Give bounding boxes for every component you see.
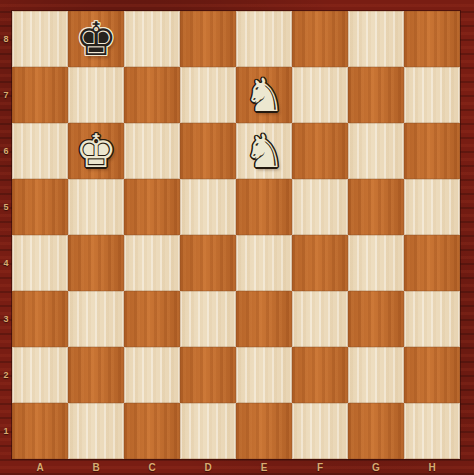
rank-label-7: 7 xyxy=(0,67,12,123)
square-e2[interactable] xyxy=(236,347,292,403)
chess-board: ♚♞♚♞ xyxy=(12,11,460,459)
black-king[interactable]: ♚ xyxy=(75,11,116,67)
square-c2[interactable] xyxy=(124,347,180,403)
square-h6[interactable] xyxy=(404,123,460,179)
square-h4[interactable] xyxy=(404,235,460,291)
square-b8[interactable]: ♚ xyxy=(68,11,124,67)
square-e1[interactable] xyxy=(236,403,292,459)
square-d2[interactable] xyxy=(180,347,236,403)
square-d6[interactable] xyxy=(180,123,236,179)
file-label-h: H xyxy=(404,459,460,475)
square-f3[interactable] xyxy=(292,291,348,347)
square-f2[interactable] xyxy=(292,347,348,403)
square-g8[interactable] xyxy=(348,11,404,67)
square-c6[interactable] xyxy=(124,123,180,179)
square-e6[interactable]: ♞ xyxy=(236,123,292,179)
square-g7[interactable] xyxy=(348,67,404,123)
file-label-a: A xyxy=(12,459,68,475)
rank-label-3: 3 xyxy=(0,291,12,347)
square-c5[interactable] xyxy=(124,179,180,235)
square-d7[interactable] xyxy=(180,67,236,123)
square-e7[interactable]: ♞ xyxy=(236,67,292,123)
board-frame: ♚♞♚♞ 87654321 ABCDEFGH xyxy=(0,0,474,475)
square-g2[interactable] xyxy=(348,347,404,403)
file-label-b: B xyxy=(68,459,124,475)
file-label-g: G xyxy=(348,459,404,475)
square-a6[interactable] xyxy=(12,123,68,179)
square-c1[interactable] xyxy=(124,403,180,459)
rank-label-4: 4 xyxy=(0,235,12,291)
square-b5[interactable] xyxy=(68,179,124,235)
file-label-c: C xyxy=(124,459,180,475)
square-a5[interactable] xyxy=(12,179,68,235)
square-d3[interactable] xyxy=(180,291,236,347)
square-a2[interactable] xyxy=(12,347,68,403)
rank-label-2: 2 xyxy=(0,347,12,403)
square-g3[interactable] xyxy=(348,291,404,347)
square-g5[interactable] xyxy=(348,179,404,235)
square-f8[interactable] xyxy=(292,11,348,67)
white-knight[interactable]: ♞ xyxy=(243,67,284,123)
white-king[interactable]: ♚ xyxy=(75,123,116,179)
square-b3[interactable] xyxy=(68,291,124,347)
square-a1[interactable] xyxy=(12,403,68,459)
square-g4[interactable] xyxy=(348,235,404,291)
square-b6[interactable]: ♚ xyxy=(68,123,124,179)
square-h7[interactable] xyxy=(404,67,460,123)
square-f1[interactable] xyxy=(292,403,348,459)
square-f4[interactable] xyxy=(292,235,348,291)
rank-label-1: 1 xyxy=(0,403,12,459)
square-c3[interactable] xyxy=(124,291,180,347)
square-a3[interactable] xyxy=(12,291,68,347)
rank-label-8: 8 xyxy=(0,11,12,67)
square-h8[interactable] xyxy=(404,11,460,67)
square-h2[interactable] xyxy=(404,347,460,403)
file-label-d: D xyxy=(180,459,236,475)
square-d8[interactable] xyxy=(180,11,236,67)
square-b1[interactable] xyxy=(68,403,124,459)
square-f7[interactable] xyxy=(292,67,348,123)
square-f5[interactable] xyxy=(292,179,348,235)
square-a7[interactable] xyxy=(12,67,68,123)
square-e3[interactable] xyxy=(236,291,292,347)
file-label-e: E xyxy=(236,459,292,475)
square-a4[interactable] xyxy=(12,235,68,291)
square-h1[interactable] xyxy=(404,403,460,459)
file-label-f: F xyxy=(292,459,348,475)
square-b2[interactable] xyxy=(68,347,124,403)
square-c4[interactable] xyxy=(124,235,180,291)
square-f6[interactable] xyxy=(292,123,348,179)
rank-label-5: 5 xyxy=(0,179,12,235)
square-a8[interactable] xyxy=(12,11,68,67)
white-knight[interactable]: ♞ xyxy=(243,123,284,179)
square-h5[interactable] xyxy=(404,179,460,235)
square-c7[interactable] xyxy=(124,67,180,123)
square-e8[interactable] xyxy=(236,11,292,67)
square-d1[interactable] xyxy=(180,403,236,459)
square-e4[interactable] xyxy=(236,235,292,291)
square-e5[interactable] xyxy=(236,179,292,235)
rank-label-6: 6 xyxy=(0,123,12,179)
square-d5[interactable] xyxy=(180,179,236,235)
square-g1[interactable] xyxy=(348,403,404,459)
square-b7[interactable] xyxy=(68,67,124,123)
square-d4[interactable] xyxy=(180,235,236,291)
square-b4[interactable] xyxy=(68,235,124,291)
square-g6[interactable] xyxy=(348,123,404,179)
square-h3[interactable] xyxy=(404,291,460,347)
square-c8[interactable] xyxy=(124,11,180,67)
